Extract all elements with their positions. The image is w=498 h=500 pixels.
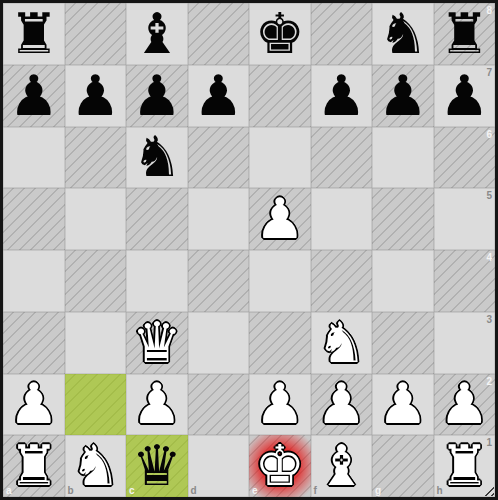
square-f2[interactable]: ♟ xyxy=(311,374,373,436)
square-d8[interactable] xyxy=(188,3,250,65)
piece-white-pawn[interactable]: ♟ xyxy=(249,188,311,250)
square-c3[interactable]: ♛ xyxy=(126,312,188,374)
square-d1[interactable]: d xyxy=(188,435,250,497)
square-f5[interactable] xyxy=(311,188,373,250)
piece-black-knight[interactable]: ♞ xyxy=(126,127,188,189)
square-f6[interactable] xyxy=(311,127,373,189)
square-e6[interactable] xyxy=(249,127,311,189)
piece-white-rook[interactable]: ♜ xyxy=(434,435,496,497)
square-e3[interactable] xyxy=(249,312,311,374)
square-h3[interactable]: 3 xyxy=(434,312,496,374)
square-a3[interactable] xyxy=(3,312,65,374)
square-d2[interactable] xyxy=(188,374,250,436)
piece-white-bishop[interactable]: ♝ xyxy=(311,435,373,497)
square-c5[interactable] xyxy=(126,188,188,250)
square-h8[interactable]: ♜8 xyxy=(434,3,496,65)
square-a6[interactable] xyxy=(3,127,65,189)
square-e1[interactable]: ♚e xyxy=(249,435,311,497)
piece-black-knight[interactable]: ♞ xyxy=(372,3,434,65)
square-b3[interactable] xyxy=(65,312,127,374)
square-a8[interactable]: ♜ xyxy=(3,3,65,65)
square-h2[interactable]: ♟2 xyxy=(434,374,496,436)
square-c4[interactable] xyxy=(126,250,188,312)
piece-white-knight[interactable]: ♞ xyxy=(311,312,373,374)
piece-white-queen[interactable]: ♛ xyxy=(126,312,188,374)
piece-white-pawn[interactable]: ♟ xyxy=(3,374,65,436)
square-d7[interactable]: ♟ xyxy=(188,65,250,127)
square-e8[interactable]: ♚ xyxy=(249,3,311,65)
square-g8[interactable]: ♞ xyxy=(372,3,434,65)
square-d6[interactable] xyxy=(188,127,250,189)
piece-black-queen[interactable]: ♛ xyxy=(126,435,188,497)
square-b7[interactable]: ♟ xyxy=(65,65,127,127)
square-d5[interactable] xyxy=(188,188,250,250)
piece-white-pawn[interactable]: ♟ xyxy=(126,374,188,436)
square-e7[interactable] xyxy=(249,65,311,127)
piece-black-pawn[interactable]: ♟ xyxy=(126,65,188,127)
file-label: g xyxy=(375,485,381,496)
piece-white-pawn[interactable]: ♟ xyxy=(434,374,496,436)
square-b2[interactable] xyxy=(65,374,127,436)
square-f1[interactable]: ♝f xyxy=(311,435,373,497)
piece-white-pawn[interactable]: ♟ xyxy=(372,374,434,436)
square-b4[interactable] xyxy=(65,250,127,312)
square-f8[interactable] xyxy=(311,3,373,65)
rank-label: 5 xyxy=(486,190,492,201)
square-b1[interactable]: ♞b xyxy=(65,435,127,497)
square-c7[interactable]: ♟ xyxy=(126,65,188,127)
square-c8[interactable]: ♝ xyxy=(126,3,188,65)
square-g6[interactable] xyxy=(372,127,434,189)
square-b5[interactable] xyxy=(65,188,127,250)
piece-black-king[interactable]: ♚ xyxy=(249,3,311,65)
square-a4[interactable] xyxy=(3,250,65,312)
piece-black-pawn[interactable]: ♟ xyxy=(65,65,127,127)
square-b6[interactable] xyxy=(65,127,127,189)
square-e2[interactable]: ♟ xyxy=(249,374,311,436)
piece-black-pawn[interactable]: ♟ xyxy=(3,65,65,127)
square-d4[interactable] xyxy=(188,250,250,312)
square-a1[interactable]: ♜a xyxy=(3,435,65,497)
square-a5[interactable] xyxy=(3,188,65,250)
rank-label: 6 xyxy=(486,129,492,140)
piece-black-pawn[interactable]: ♟ xyxy=(311,65,373,127)
piece-white-knight[interactable]: ♞ xyxy=(65,435,127,497)
square-g1[interactable]: g xyxy=(372,435,434,497)
file-label: d xyxy=(191,485,197,496)
rank-label: 4 xyxy=(486,252,492,263)
piece-black-rook[interactable]: ♜ xyxy=(434,3,496,65)
square-h5[interactable]: 5 xyxy=(434,188,496,250)
chess-board: ♜♝♚♞♜8♟♟♟♟♟♟♟7♞6♟54♛♞3♟♟♟♟♟♟2♜a♞b♛cd♚e♝f… xyxy=(0,0,498,500)
square-g3[interactable] xyxy=(372,312,434,374)
piece-black-pawn[interactable]: ♟ xyxy=(372,65,434,127)
piece-white-pawn[interactable]: ♟ xyxy=(311,374,373,436)
square-e4[interactable] xyxy=(249,250,311,312)
square-h4[interactable]: 4 xyxy=(434,250,496,312)
square-g5[interactable] xyxy=(372,188,434,250)
piece-white-rook[interactable]: ♜ xyxy=(3,435,65,497)
square-d3[interactable] xyxy=(188,312,250,374)
last-move-highlight xyxy=(65,374,127,436)
square-f3[interactable]: ♞ xyxy=(311,312,373,374)
square-c2[interactable]: ♟ xyxy=(126,374,188,436)
square-e5[interactable]: ♟ xyxy=(249,188,311,250)
square-h1[interactable]: ♜1h xyxy=(434,435,496,497)
piece-white-pawn[interactable]: ♟ xyxy=(249,374,311,436)
square-g7[interactable]: ♟ xyxy=(372,65,434,127)
square-a7[interactable]: ♟ xyxy=(3,65,65,127)
square-f7[interactable]: ♟ xyxy=(311,65,373,127)
square-c1[interactable]: ♛c xyxy=(126,435,188,497)
square-g4[interactable] xyxy=(372,250,434,312)
piece-white-king[interactable]: ♚ xyxy=(249,435,311,497)
square-c6[interactable]: ♞ xyxy=(126,127,188,189)
piece-black-pawn[interactable]: ♟ xyxy=(434,65,496,127)
square-h7[interactable]: ♟7 xyxy=(434,65,496,127)
square-b8[interactable] xyxy=(65,3,127,65)
piece-black-rook[interactable]: ♜ xyxy=(3,3,65,65)
piece-black-bishop[interactable]: ♝ xyxy=(126,3,188,65)
square-h6[interactable]: 6 xyxy=(434,127,496,189)
square-g2[interactable]: ♟ xyxy=(372,374,434,436)
square-f4[interactable] xyxy=(311,250,373,312)
rank-label: 3 xyxy=(486,314,492,325)
square-a2[interactable]: ♟ xyxy=(3,374,65,436)
piece-black-pawn[interactable]: ♟ xyxy=(188,65,250,127)
